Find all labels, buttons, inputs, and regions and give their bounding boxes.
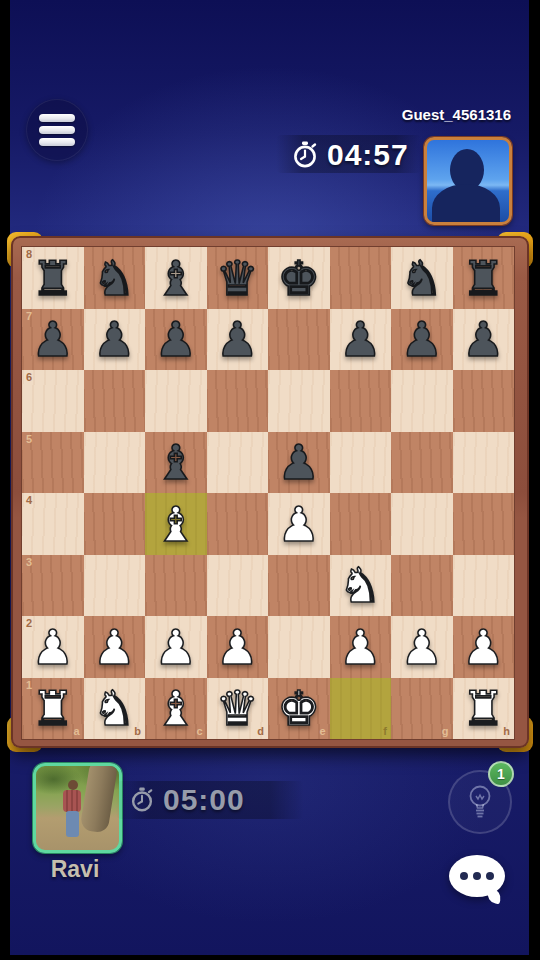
- file-label-c: c: [196, 726, 202, 737]
- piece-wp-d2[interactable]: ♟: [216, 623, 259, 671]
- piece-wr-a1[interactable]: ♜: [31, 684, 74, 732]
- square-f1[interactable]: f: [330, 678, 392, 740]
- square-g6[interactable]: [391, 370, 453, 432]
- square-e8[interactable]: ♚: [268, 247, 330, 309]
- opponent-avatar[interactable]: [424, 137, 512, 225]
- square-h5[interactable]: [453, 432, 515, 494]
- opponent-clock: 04:57: [292, 138, 409, 172]
- piece-wp-a2[interactable]: ♟: [31, 623, 74, 671]
- square-g4[interactable]: [391, 493, 453, 555]
- piece-bp-e5[interactable]: ♟: [277, 438, 320, 486]
- piece-bp-d7[interactable]: ♟: [216, 315, 259, 363]
- square-e7[interactable]: [268, 309, 330, 371]
- piece-bp-a7[interactable]: ♟: [31, 315, 74, 363]
- square-g1[interactable]: g: [391, 678, 453, 740]
- square-b5[interactable]: [84, 432, 146, 494]
- square-e6[interactable]: [268, 370, 330, 432]
- opponent-name: Guest_4561316: [271, 106, 511, 123]
- player-avatar[interactable]: [33, 763, 122, 853]
- square-f3[interactable]: ♞: [330, 555, 392, 617]
- square-h6[interactable]: [453, 370, 515, 432]
- square-b1[interactable]: b♞: [84, 678, 146, 740]
- file-label-f: f: [383, 726, 387, 737]
- piece-br-a8[interactable]: ♜: [31, 254, 74, 302]
- piece-bp-c7[interactable]: ♟: [154, 315, 197, 363]
- rank-label-3: 3: [26, 557, 32, 568]
- player-clock: 05:00: [130, 783, 245, 817]
- square-g3[interactable]: [391, 555, 453, 617]
- square-a5[interactable]: 5: [22, 432, 84, 494]
- piece-bn-b8[interactable]: ♞: [93, 254, 136, 302]
- piece-wp-b2[interactable]: ♟: [93, 623, 136, 671]
- square-g5[interactable]: [391, 432, 453, 494]
- square-g8[interactable]: ♞: [391, 247, 453, 309]
- square-f4[interactable]: [330, 493, 392, 555]
- player-clock-time: 05:00: [163, 783, 245, 817]
- piece-wp-c2[interactable]: ♟: [154, 623, 197, 671]
- square-h8[interactable]: ♜: [453, 247, 515, 309]
- file-label-g: g: [442, 726, 449, 737]
- file-label-a: a: [73, 726, 79, 737]
- square-d4[interactable]: [207, 493, 269, 555]
- player-name: Ravi: [18, 856, 132, 883]
- piece-wn-f3[interactable]: ♞: [339, 561, 382, 609]
- square-h2[interactable]: ♟: [453, 616, 515, 678]
- piece-bp-f7[interactable]: ♟: [339, 315, 382, 363]
- file-label-e: e: [319, 726, 325, 737]
- square-a3[interactable]: 3: [22, 555, 84, 617]
- rank-label-4: 4: [26, 495, 32, 506]
- square-d8[interactable]: ♛: [207, 247, 269, 309]
- square-b7[interactable]: ♟: [84, 309, 146, 371]
- square-f6[interactable]: [330, 370, 392, 432]
- stopwatch-icon: [292, 141, 318, 169]
- square-g2[interactable]: ♟: [391, 616, 453, 678]
- square-c3[interactable]: [145, 555, 207, 617]
- square-d2[interactable]: ♟: [207, 616, 269, 678]
- square-a7[interactable]: 7♟: [22, 309, 84, 371]
- square-c2[interactable]: ♟: [145, 616, 207, 678]
- menu-button[interactable]: [26, 99, 88, 161]
- square-f2[interactable]: ♟: [330, 616, 392, 678]
- square-g7[interactable]: ♟: [391, 309, 453, 371]
- piece-wn-b1[interactable]: ♞: [93, 684, 136, 732]
- piece-br-h8[interactable]: ♜: [462, 254, 505, 302]
- piece-wr-h1[interactable]: ♜: [462, 684, 505, 732]
- square-c6[interactable]: [145, 370, 207, 432]
- stopwatch-icon: [130, 787, 154, 813]
- piece-wq-d1[interactable]: ♛: [216, 684, 259, 732]
- square-h1[interactable]: h♜: [453, 678, 515, 740]
- rank-label-5: 5: [26, 434, 32, 445]
- square-h7[interactable]: ♟: [453, 309, 515, 371]
- app-root: 04:57 Guest_4561316 8♜♞♝♛♚♞♜7♟♟♟♟♟♟♟65♝♟…: [0, 0, 540, 960]
- square-b8[interactable]: ♞: [84, 247, 146, 309]
- square-d6[interactable]: [207, 370, 269, 432]
- board-grid: 8♜♞♝♛♚♞♜7♟♟♟♟♟♟♟65♝♟4♝♟3♞2♟♟♟♟♟♟♟1a♜b♞c♝…: [22, 247, 514, 739]
- square-c1[interactable]: c♝: [145, 678, 207, 740]
- square-d1[interactable]: d♛: [207, 678, 269, 740]
- piece-wp-g2[interactable]: ♟: [400, 623, 443, 671]
- piece-bp-g7[interactable]: ♟: [400, 315, 443, 363]
- square-c7[interactable]: ♟: [145, 309, 207, 371]
- piece-wp-f2[interactable]: ♟: [339, 623, 382, 671]
- square-a8[interactable]: 8♜: [22, 247, 84, 309]
- square-e2[interactable]: [268, 616, 330, 678]
- square-a1[interactable]: 1a♜: [22, 678, 84, 740]
- square-h3[interactable]: [453, 555, 515, 617]
- hint-count-badge: 1: [488, 761, 514, 787]
- square-b6[interactable]: [84, 370, 146, 432]
- square-d7[interactable]: ♟: [207, 309, 269, 371]
- square-e3[interactable]: [268, 555, 330, 617]
- square-a6[interactable]: 6: [22, 370, 84, 432]
- square-e5[interactable]: ♟: [268, 432, 330, 494]
- piece-bb-c5[interactable]: ♝: [154, 438, 197, 486]
- piece-wp-h2[interactable]: ♟: [462, 623, 505, 671]
- piece-bk-e8[interactable]: ♚: [277, 254, 320, 302]
- square-e4[interactable]: ♟: [268, 493, 330, 555]
- piece-bp-h7[interactable]: ♟: [462, 315, 505, 363]
- square-b4[interactable]: [84, 493, 146, 555]
- square-a2[interactable]: 2♟: [22, 616, 84, 678]
- square-c5[interactable]: ♝: [145, 432, 207, 494]
- square-c4[interactable]: ♝: [145, 493, 207, 555]
- square-d5[interactable]: [207, 432, 269, 494]
- square-f7[interactable]: ♟: [330, 309, 392, 371]
- piece-wb-c4[interactable]: ♝: [154, 500, 197, 548]
- chat-button[interactable]: [449, 855, 505, 901]
- square-b3[interactable]: [84, 555, 146, 617]
- piece-bb-c8[interactable]: ♝: [154, 254, 197, 302]
- square-f8[interactable]: [330, 247, 392, 309]
- square-f5[interactable]: [330, 432, 392, 494]
- square-d3[interactable]: [207, 555, 269, 617]
- square-e1[interactable]: e♚: [268, 678, 330, 740]
- piece-bq-d8[interactable]: ♛: [216, 254, 259, 302]
- opponent-clock-time: 04:57: [327, 138, 409, 172]
- square-a4[interactable]: 4: [22, 493, 84, 555]
- piece-bn-g8[interactable]: ♞: [400, 254, 443, 302]
- piece-wk-e1[interactable]: ♚: [277, 684, 320, 732]
- piece-wp-e4[interactable]: ♟: [277, 500, 320, 548]
- piece-bp-b7[interactable]: ♟: [93, 315, 136, 363]
- square-h4[interactable]: [453, 493, 515, 555]
- square-b2[interactable]: ♟: [84, 616, 146, 678]
- piece-wb-c1[interactable]: ♝: [154, 684, 197, 732]
- lightbulb-icon: [464, 783, 496, 821]
- chess-board: 8♜♞♝♛♚♞♜7♟♟♟♟♟♟♟65♝♟4♝♟3♞2♟♟♟♟♟♟♟1a♜b♞c♝…: [11, 236, 529, 748]
- rank-label-6: 6: [26, 372, 32, 383]
- square-c8[interactable]: ♝: [145, 247, 207, 309]
